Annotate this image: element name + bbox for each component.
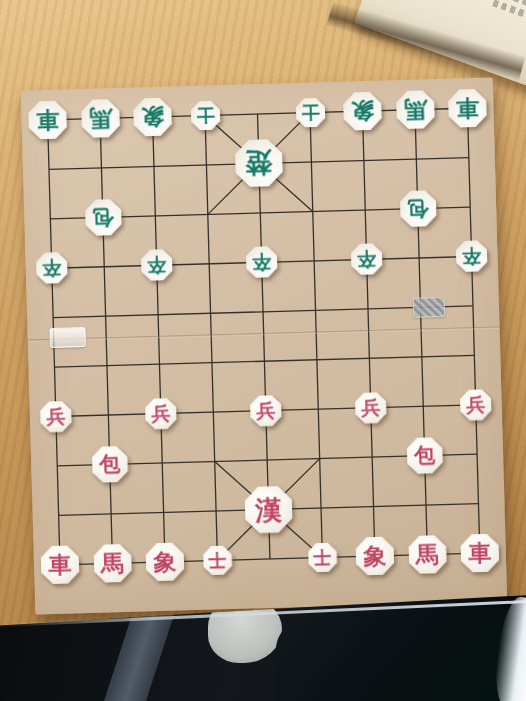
piece-cho-cannon[interactable]: 包 (84, 199, 121, 236)
piece-glyph-soldier: 卒 (141, 249, 173, 281)
piece-han-guard[interactable]: 士 (308, 543, 338, 573)
piece-han-elephant[interactable]: 象 (355, 536, 394, 575)
board-clasp-left (49, 327, 86, 348)
piece-cho-soldier[interactable]: 卒 (141, 249, 173, 281)
piece-han-soldier[interactable]: 兵 (460, 389, 492, 421)
piece-glyph-horse: 馬 (408, 535, 447, 574)
piece-han-guard[interactable]: 士 (203, 545, 233, 575)
piece-glyph-elephant: 象 (133, 97, 172, 136)
janggi-board[interactable]: 車馬象士士象馬車楚包包卒卒卒卒卒兵兵兵兵兵包包漢車馬象士士象馬車 (21, 78, 507, 615)
piece-cho-soldier[interactable]: 卒 (456, 241, 488, 273)
piece-han-soldier[interactable]: 兵 (40, 401, 72, 433)
photo-scene: 車馬象士士象馬車楚包包卒卒卒卒卒兵兵兵兵兵包包漢車馬象士士象馬車 (0, 0, 526, 701)
piece-han-chariot[interactable]: 車 (460, 534, 499, 573)
chair-seat (276, 609, 526, 701)
piece-glyph-soldier: 卒 (351, 244, 383, 276)
piece-han-soldier[interactable]: 兵 (250, 395, 282, 427)
piece-cho-soldier[interactable]: 卒 (351, 244, 383, 276)
piece-cho-elephant[interactable]: 象 (343, 92, 382, 131)
piece-glyph-chariot: 車 (460, 534, 499, 573)
piece-cho-chariot[interactable]: 車 (448, 89, 487, 128)
piece-glyph-soldier: 兵 (145, 398, 177, 430)
chair-leg (104, 615, 174, 701)
piece-glyph-guard: 士 (308, 543, 338, 573)
piece-cho-elephant[interactable]: 象 (133, 97, 172, 136)
piece-han-soldier[interactable]: 兵 (355, 392, 387, 424)
piece-han-horse[interactable]: 馬 (408, 535, 447, 574)
piece-glyph-chariot: 車 (28, 100, 67, 139)
piece-glyph-elephant: 象 (145, 542, 184, 581)
piece-glyph-cannon: 包 (91, 446, 128, 483)
piece-han-general[interactable]: 漢 (244, 485, 292, 533)
piece-han-horse[interactable]: 馬 (93, 544, 132, 583)
piece-cho-guard[interactable]: 士 (295, 98, 325, 128)
piece-glyph-horse: 馬 (93, 544, 132, 583)
piece-glyph-soldier: 卒 (456, 241, 488, 273)
piece-han-chariot[interactable]: 車 (41, 545, 80, 584)
piece-glyph-horse: 馬 (395, 90, 434, 129)
piece-glyph-guard: 士 (203, 545, 233, 575)
piece-cho-general[interactable]: 楚 (235, 139, 283, 187)
piece-cho-chariot[interactable]: 車 (28, 100, 67, 139)
piece-cho-soldier[interactable]: 卒 (246, 246, 278, 278)
piece-cho-cannon[interactable]: 包 (399, 190, 436, 227)
board-clasp-right (413, 297, 446, 318)
piece-han-soldier[interactable]: 兵 (145, 398, 177, 430)
piece-glyph-soldier: 卒 (246, 246, 278, 278)
piece-glyph-general: 楚 (235, 139, 283, 187)
piece-han-cannon[interactable]: 包 (406, 437, 443, 474)
piece-glyph-soldier: 兵 (355, 392, 387, 424)
piece-cho-guard[interactable]: 士 (190, 101, 220, 131)
piece-han-cannon[interactable]: 包 (91, 446, 128, 483)
piece-cho-horse[interactable]: 馬 (81, 99, 120, 138)
piece-glyph-elephant: 象 (343, 92, 382, 131)
piece-glyph-elephant: 象 (355, 536, 394, 575)
piece-glyph-chariot: 車 (448, 89, 487, 128)
piece-cho-horse[interactable]: 馬 (395, 90, 434, 129)
piece-glyph-soldier: 兵 (250, 395, 282, 427)
piece-cho-soldier[interactable]: 卒 (36, 252, 68, 284)
piece-glyph-soldier: 卒 (36, 252, 68, 284)
piece-glyph-guard: 士 (190, 101, 220, 131)
piece-glyph-general: 漢 (244, 485, 292, 533)
piece-glyph-soldier: 兵 (40, 401, 72, 433)
piece-han-elephant[interactable]: 象 (145, 542, 184, 581)
piece-glyph-horse: 馬 (81, 99, 120, 138)
piece-glyph-cannon: 包 (406, 437, 443, 474)
piece-glyph-guard: 士 (295, 98, 325, 128)
piece-glyph-cannon: 包 (84, 199, 121, 236)
piece-glyph-cannon: 包 (399, 190, 436, 227)
piece-glyph-soldier: 兵 (460, 389, 492, 421)
piece-glyph-chariot: 車 (41, 545, 80, 584)
